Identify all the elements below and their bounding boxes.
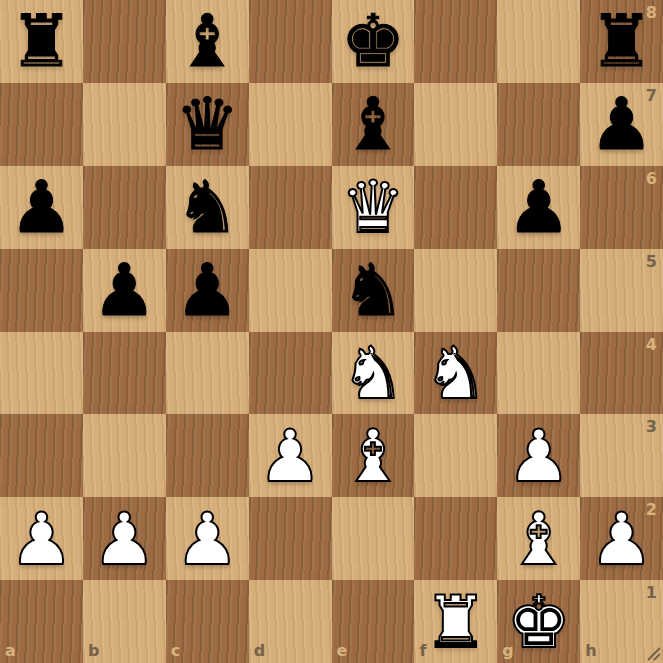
square-b7[interactable] (83, 83, 166, 166)
black-knight-piece[interactable]: ♞ (341, 254, 406, 326)
square-h6[interactable]: 6 (580, 166, 663, 249)
square-b4[interactable] (83, 332, 166, 415)
square-d1[interactable]: d (249, 580, 332, 663)
black-king-piece[interactable]: ♚ (341, 5, 406, 77)
square-d5[interactable] (249, 249, 332, 332)
square-g4[interactable] (497, 332, 580, 415)
square-h3[interactable]: 3 (580, 414, 663, 497)
square-g1[interactable]: ♚g (497, 580, 580, 663)
white-pawn-piece[interactable]: ♟ (92, 503, 157, 575)
square-f5[interactable] (414, 249, 497, 332)
square-a2[interactable]: ♟ (0, 497, 83, 580)
square-e6[interactable]: ♛ (332, 166, 415, 249)
white-pawn-piece[interactable]: ♟ (175, 503, 240, 575)
square-g6[interactable]: ♟ (497, 166, 580, 249)
square-d2[interactable] (249, 497, 332, 580)
black-rook-piece[interactable]: ♜ (589, 5, 654, 77)
file-label-h: h (585, 643, 596, 659)
square-c1[interactable]: c (166, 580, 249, 663)
white-pawn-piece[interactable]: ♟ (258, 420, 323, 492)
black-queen-piece[interactable]: ♛ (175, 88, 240, 160)
square-a8[interactable]: ♜ (0, 0, 83, 83)
square-a7[interactable] (0, 83, 83, 166)
white-rook-piece[interactable]: ♜ (424, 586, 489, 658)
square-d7[interactable] (249, 83, 332, 166)
black-pawn-piece[interactable]: ♟ (92, 254, 157, 326)
square-g3[interactable]: ♟ (497, 414, 580, 497)
black-pawn-piece[interactable]: ♟ (175, 254, 240, 326)
white-queen-piece[interactable]: ♛ (341, 171, 406, 243)
black-pawn-piece[interactable]: ♟ (9, 171, 74, 243)
square-h1[interactable]: 1h (580, 580, 663, 663)
square-f4[interactable]: ♞ (414, 332, 497, 415)
square-f2[interactable] (414, 497, 497, 580)
white-king-piece[interactable]: ♚ (506, 586, 571, 658)
square-c7[interactable]: ♛ (166, 83, 249, 166)
white-bishop-piece[interactable]: ♝ (506, 503, 571, 575)
square-b8[interactable] (83, 0, 166, 83)
square-a1[interactable]: a (0, 580, 83, 663)
black-pawn-piece[interactable]: ♟ (589, 88, 654, 160)
square-c8[interactable]: ♝ (166, 0, 249, 83)
black-rook-piece[interactable]: ♜ (9, 5, 74, 77)
black-bishop-piece[interactable]: ♝ (175, 5, 240, 77)
square-g8[interactable] (497, 0, 580, 83)
square-h7[interactable]: ♟7 (580, 83, 663, 166)
square-h8[interactable]: ♜8 (580, 0, 663, 83)
rank-label-3: 3 (646, 419, 657, 435)
file-label-a: a (5, 643, 16, 659)
square-a6[interactable]: ♟ (0, 166, 83, 249)
square-c2[interactable]: ♟ (166, 497, 249, 580)
square-g2[interactable]: ♝ (497, 497, 580, 580)
square-f7[interactable] (414, 83, 497, 166)
square-g5[interactable] (497, 249, 580, 332)
white-pawn-piece[interactable]: ♟ (9, 503, 74, 575)
square-e5[interactable]: ♞ (332, 249, 415, 332)
square-c4[interactable] (166, 332, 249, 415)
square-d4[interactable] (249, 332, 332, 415)
square-b2[interactable]: ♟ (83, 497, 166, 580)
square-f1[interactable]: ♜f (414, 580, 497, 663)
square-g7[interactable] (497, 83, 580, 166)
rank-label-6: 6 (646, 171, 657, 187)
square-c6[interactable]: ♞ (166, 166, 249, 249)
black-pawn-piece[interactable]: ♟ (506, 171, 571, 243)
square-b3[interactable] (83, 414, 166, 497)
square-f6[interactable] (414, 166, 497, 249)
rank-label-1: 1 (646, 585, 657, 601)
board-resize-handle-icon[interactable] (645, 645, 661, 661)
white-knight-piece[interactable]: ♞ (424, 337, 489, 409)
square-h2[interactable]: ♟2 (580, 497, 663, 580)
square-a3[interactable] (0, 414, 83, 497)
square-c5[interactable]: ♟ (166, 249, 249, 332)
rank-label-5: 5 (646, 254, 657, 270)
square-e3[interactable]: ♝ (332, 414, 415, 497)
black-bishop-piece[interactable]: ♝ (341, 88, 406, 160)
white-bishop-piece[interactable]: ♝ (341, 420, 406, 492)
square-e4[interactable]: ♞ (332, 332, 415, 415)
white-knight-piece[interactable]: ♞ (341, 337, 406, 409)
square-f8[interactable] (414, 0, 497, 83)
file-label-c: c (171, 643, 180, 659)
white-pawn-piece[interactable]: ♟ (589, 503, 654, 575)
square-b5[interactable]: ♟ (83, 249, 166, 332)
square-e8[interactable]: ♚ (332, 0, 415, 83)
square-c3[interactable] (166, 414, 249, 497)
square-e2[interactable] (332, 497, 415, 580)
square-h4[interactable]: 4 (580, 332, 663, 415)
file-label-d: d (254, 643, 265, 659)
square-d6[interactable] (249, 166, 332, 249)
square-f3[interactable] (414, 414, 497, 497)
square-a4[interactable] (0, 332, 83, 415)
square-h5[interactable]: 5 (580, 249, 663, 332)
square-a5[interactable] (0, 249, 83, 332)
white-pawn-piece[interactable]: ♟ (506, 420, 571, 492)
file-label-e: e (337, 643, 348, 659)
square-d3[interactable]: ♟ (249, 414, 332, 497)
square-b6[interactable] (83, 166, 166, 249)
chess-board: ♜♝♚♜8♛♝♟7♟♞♛♟6♟♟♞5♞♞4♟♝♟3♟♟♟♝♟2abcde♜f♚g… (0, 0, 663, 663)
file-label-b: b (88, 643, 99, 659)
rank-label-4: 4 (646, 337, 657, 353)
black-knight-piece[interactable]: ♞ (175, 171, 240, 243)
square-e7[interactable]: ♝ (332, 83, 415, 166)
square-d8[interactable] (249, 0, 332, 83)
square-b1[interactable]: b (83, 580, 166, 663)
square-e1[interactable]: e (332, 580, 415, 663)
